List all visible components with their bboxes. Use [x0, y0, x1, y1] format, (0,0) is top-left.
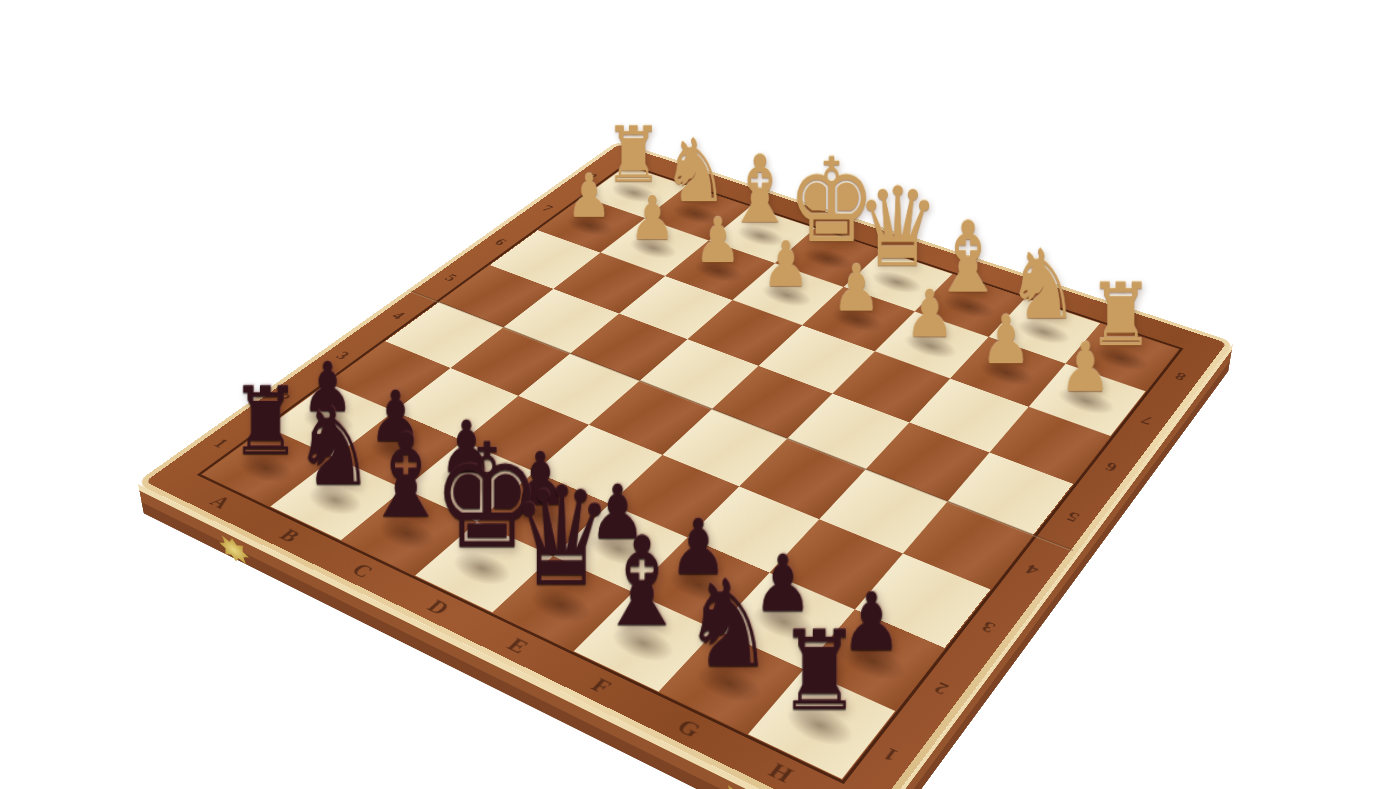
file-label-e: E [502, 633, 534, 657]
chess-board: ♜♞♝♚♛♝♞♜♟♟♟♟♟♟♟♟♟♟♟♟♟♟♟♟♜♞♝♚♛♝♞♜ ABCDEFG… [136, 141, 1234, 789]
rank-label-right-2: 2 [916, 671, 967, 704]
rank-label-right-5: 5 [1050, 503, 1096, 530]
piece-white-pawn-h7[interactable]: ♟ [1042, 333, 1130, 401]
perspective-wrapper: ♜♞♝♚♛♝♞♜♟♟♟♟♟♟♟♟♟♟♟♟♟♟♟♟♜♞♝♚♛♝♞♜ ABCDEFG… [0, 0, 1400, 789]
rank-label-right-3: 3 [964, 611, 1013, 642]
piece-black-rook-h1[interactable]: ♜ [765, 616, 873, 726]
rank-label-right-8: 8 [1160, 365, 1201, 387]
brass-clasp-left [217, 531, 251, 569]
file-label-b: B [274, 525, 306, 546]
rank-label-right-1: 1 [865, 736, 918, 771]
piece-white-pawn-e7[interactable]: ♟ [815, 256, 898, 320]
file-label-h: H [763, 758, 798, 788]
file-label-c: C [346, 559, 379, 582]
rank-label-right-6: 6 [1089, 454, 1133, 479]
rank-label-right-7: 7 [1126, 408, 1169, 431]
piece-white-pawn-d7[interactable]: ♟ [745, 232, 826, 295]
board-frame: ♜♞♝♚♛♝♞♜♟♟♟♟♟♟♟♟♟♟♟♟♟♟♟♟♜♞♝♚♛♝♞♜ ABCDEFG… [145, 144, 1227, 789]
piece-white-pawn-g7[interactable]: ♟ [963, 306, 1049, 373]
rank-label-right-4: 4 [1009, 555, 1056, 583]
file-label-a: A [204, 491, 236, 512]
piece-white-pawn-f7[interactable]: ♟ [888, 281, 972, 346]
file-label-f: F [585, 673, 616, 698]
file-label-g: G [671, 714, 706, 742]
square-h5[interactable] [948, 452, 1073, 534]
playing-area: ♜♞♝♚♛♝♞♜♟♟♟♟♟♟♟♟♟♟♟♟♟♟♟♟♜♞♝♚♛♝♞♜ [203, 165, 1179, 778]
rank-label-left-6: 6 [482, 233, 519, 251]
file-label-d: D [422, 595, 455, 619]
chess-set-photo: ♜♞♝♚♛♝♞♜♟♟♟♟♟♟♟♟♟♟♟♟♟♟♟♟♜♞♝♚♛♝♞♜ ABCDEFG… [0, 0, 1400, 789]
